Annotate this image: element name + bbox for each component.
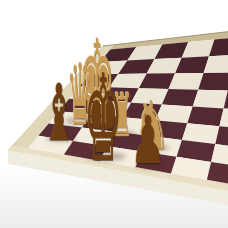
dark-square bbox=[187, 107, 223, 127]
chess-set-photo: ♚♛♜♝♞♚♟ bbox=[0, 0, 228, 228]
chessboard bbox=[0, 0, 228, 228]
light-square bbox=[155, 105, 193, 124]
light-square bbox=[193, 90, 228, 109]
